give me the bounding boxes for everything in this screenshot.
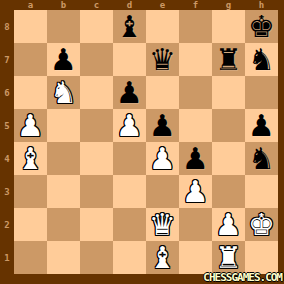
square-b6[interactable]: ♞ <box>47 76 80 109</box>
square-g5[interactable] <box>212 109 245 142</box>
rank-label-6: 6 <box>0 76 14 109</box>
square-c2[interactable] <box>80 208 113 241</box>
square-b1[interactable] <box>47 241 80 274</box>
piece-black-knight-h7: ♞ <box>245 43 278 76</box>
square-f4[interactable]: ♟ <box>179 142 212 175</box>
square-a3[interactable] <box>14 175 47 208</box>
square-a2[interactable] <box>14 208 47 241</box>
square-h8[interactable]: ♚ <box>245 10 278 43</box>
square-d3[interactable] <box>113 175 146 208</box>
square-c6[interactable] <box>80 76 113 109</box>
file-label-a: a <box>14 0 47 10</box>
square-b8[interactable] <box>47 10 80 43</box>
square-g7[interactable]: ♜ <box>212 43 245 76</box>
square-g8[interactable] <box>212 10 245 43</box>
square-d8[interactable]: ♝ <box>113 10 146 43</box>
piece-black-rook-g7: ♜ <box>212 43 245 76</box>
square-h5[interactable]: ♟ <box>245 109 278 142</box>
piece-white-knight-b6: ♞ <box>47 76 80 109</box>
square-a8[interactable] <box>14 10 47 43</box>
square-d5[interactable]: ♟ <box>113 109 146 142</box>
square-c5[interactable] <box>80 109 113 142</box>
piece-white-bishop-e1: ♝ <box>146 241 179 274</box>
square-b2[interactable] <box>47 208 80 241</box>
square-c4[interactable] <box>80 142 113 175</box>
square-g4[interactable] <box>212 142 245 175</box>
square-h2[interactable]: ♚ <box>245 208 278 241</box>
square-e5[interactable]: ♟ <box>146 109 179 142</box>
file-label-c: c <box>80 0 113 10</box>
square-b3[interactable] <box>47 175 80 208</box>
piece-black-pawn-d6: ♟ <box>113 76 146 109</box>
square-g3[interactable] <box>212 175 245 208</box>
square-e2[interactable]: ♛ <box>146 208 179 241</box>
square-e4[interactable]: ♟ <box>146 142 179 175</box>
square-e1[interactable]: ♝ <box>146 241 179 274</box>
chessgames-board-widget: abcdefgh 87654321 ♝♚♟♛♜♞♞♟♟♟♟♟♝♟♟♞♟♛♟♚♝♜… <box>0 0 284 284</box>
rank-label-3: 3 <box>0 175 14 208</box>
square-c8[interactable] <box>80 10 113 43</box>
piece-white-rook-g1: ♜ <box>212 241 245 274</box>
rank-labels: 87654321 <box>0 10 14 274</box>
square-e3[interactable] <box>146 175 179 208</box>
rank-label-7: 7 <box>0 43 14 76</box>
file-labels: abcdefgh <box>14 0 278 10</box>
piece-black-pawn-h5: ♟ <box>245 109 278 142</box>
file-label-g: g <box>212 0 245 10</box>
square-d7[interactable] <box>113 43 146 76</box>
square-d6[interactable]: ♟ <box>113 76 146 109</box>
square-c3[interactable] <box>80 175 113 208</box>
square-f5[interactable] <box>179 109 212 142</box>
brand-watermark: CHESSGAMES.COM <box>203 272 282 284</box>
square-b5[interactable] <box>47 109 80 142</box>
square-g2[interactable]: ♟ <box>212 208 245 241</box>
piece-white-pawn-d5: ♟ <box>113 109 146 142</box>
square-h4[interactable]: ♞ <box>245 142 278 175</box>
square-f8[interactable] <box>179 10 212 43</box>
file-label-e: e <box>146 0 179 10</box>
square-a1[interactable] <box>14 241 47 274</box>
piece-black-knight-h4: ♞ <box>245 142 278 175</box>
piece-white-pawn-g2: ♟ <box>212 208 245 241</box>
square-e6[interactable] <box>146 76 179 109</box>
rank-label-2: 2 <box>0 208 14 241</box>
square-d4[interactable] <box>113 142 146 175</box>
piece-black-bishop-d8: ♝ <box>113 10 146 43</box>
square-c1[interactable] <box>80 241 113 274</box>
rank-label-1: 1 <box>0 241 14 274</box>
square-a6[interactable] <box>14 76 47 109</box>
piece-white-king-h2: ♚ <box>245 208 278 241</box>
square-d1[interactable] <box>113 241 146 274</box>
file-label-b: b <box>47 0 80 10</box>
square-c7[interactable] <box>80 43 113 76</box>
square-g6[interactable] <box>212 76 245 109</box>
piece-black-pawn-b7: ♟ <box>47 43 80 76</box>
piece-black-pawn-e5: ♟ <box>146 109 179 142</box>
piece-white-pawn-f3: ♟ <box>179 175 212 208</box>
square-f1[interactable] <box>179 241 212 274</box>
square-h1[interactable] <box>245 241 278 274</box>
piece-white-pawn-e4: ♟ <box>146 142 179 175</box>
piece-white-pawn-a5: ♟ <box>14 109 47 142</box>
piece-white-bishop-a4: ♝ <box>14 142 47 175</box>
piece-black-queen-e7: ♛ <box>146 43 179 76</box>
chess-board: ♝♚♟♛♜♞♞♟♟♟♟♟♝♟♟♞♟♛♟♚♝♜ <box>14 10 278 274</box>
square-a5[interactable]: ♟ <box>14 109 47 142</box>
square-e7[interactable]: ♛ <box>146 43 179 76</box>
piece-white-queen-e2: ♛ <box>146 208 179 241</box>
square-a4[interactable]: ♝ <box>14 142 47 175</box>
rank-label-4: 4 <box>0 142 14 175</box>
square-b4[interactable] <box>47 142 80 175</box>
square-f6[interactable] <box>179 76 212 109</box>
square-e8[interactable] <box>146 10 179 43</box>
piece-black-king-h8: ♚ <box>245 10 278 43</box>
square-h7[interactable]: ♞ <box>245 43 278 76</box>
square-a7[interactable] <box>14 43 47 76</box>
file-label-f: f <box>179 0 212 10</box>
rank-label-5: 5 <box>0 109 14 142</box>
square-h3[interactable] <box>245 175 278 208</box>
square-d2[interactable] <box>113 208 146 241</box>
square-g1[interactable]: ♜ <box>212 241 245 274</box>
square-f2[interactable] <box>179 208 212 241</box>
piece-black-pawn-f4: ♟ <box>179 142 212 175</box>
square-f3[interactable]: ♟ <box>179 175 212 208</box>
square-h6[interactable] <box>245 76 278 109</box>
square-b7[interactable]: ♟ <box>47 43 80 76</box>
rank-label-8: 8 <box>0 10 14 43</box>
square-f7[interactable] <box>179 43 212 76</box>
